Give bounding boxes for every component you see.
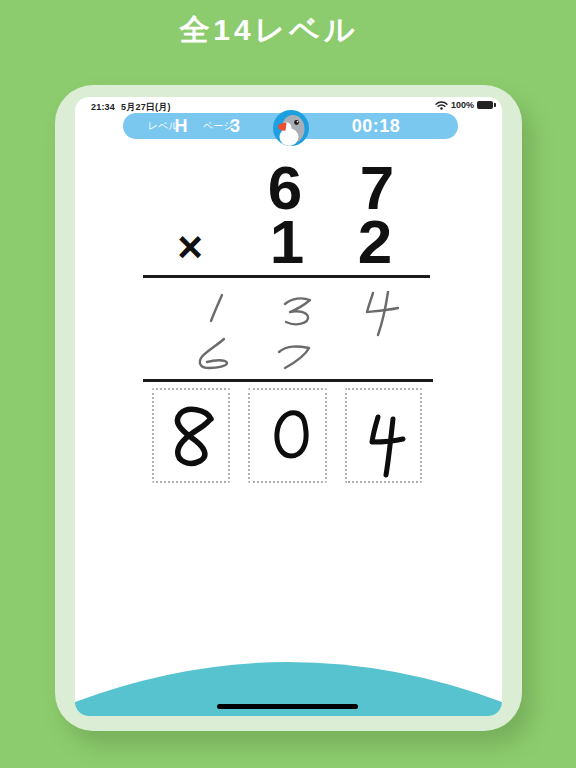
page-label: ページ <box>203 119 233 133</box>
ipad-frame: 21:345月27日(月) 100% レベル H ページ 3 <box>55 85 522 731</box>
page-value: 3 <box>230 116 240 137</box>
ipad-screen: 21:345月27日(月) 100% レベル H ページ 3 <box>75 97 502 716</box>
answer-digit-4 <box>364 413 406 479</box>
multiply-operator: × <box>177 225 203 269</box>
problem-divider-line <box>143 275 430 278</box>
status-date: 5月27日(月) <box>121 102 171 112</box>
battery-tip <box>494 103 496 107</box>
app-background: 全14レベル 21:345月27日(月) 100% <box>0 0 576 768</box>
scratch-digit-7 <box>277 342 312 370</box>
bird-icon <box>273 110 309 146</box>
battery-percent: 100% <box>451 100 474 110</box>
scratch-digit-4 <box>362 291 401 337</box>
battery-icon <box>477 101 493 109</box>
answer-cell-hundreds[interactable] <box>152 388 230 483</box>
multiplier-ones-digit: 2 <box>358 211 392 273</box>
answer-divider-line <box>143 379 433 382</box>
answer-cell-tens[interactable] <box>248 388 327 483</box>
banner-title: 全14レベル <box>0 10 576 51</box>
status-time: 21:34 <box>91 102 115 112</box>
scratch-digit-6 <box>197 337 232 370</box>
answer-digit-8 <box>167 406 219 468</box>
bird-avatar-button[interactable] <box>273 110 309 146</box>
wifi-icon <box>435 100 448 110</box>
home-indicator[interactable] <box>217 704 358 709</box>
timer: 00:18 <box>352 116 401 137</box>
answer-digit-0 <box>274 410 310 460</box>
scratch-digit-3 <box>283 296 313 328</box>
scratch-work-area[interactable] <box>143 279 433 379</box>
level-value: H <box>175 116 188 137</box>
answer-cell-ones[interactable] <box>345 388 422 483</box>
multiplier-tens-digit: 1 <box>270 211 304 273</box>
status-right: 100% <box>435 100 493 110</box>
scratch-digit-1 <box>207 293 225 323</box>
